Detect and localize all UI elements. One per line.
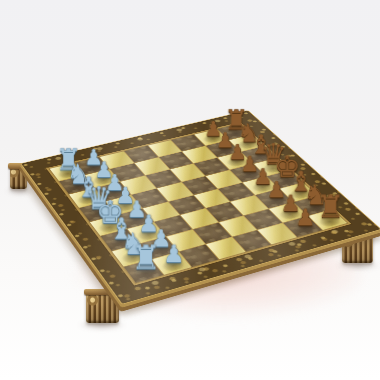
copper-rook: ♜ <box>317 191 345 222</box>
product-photo-scene: ♜♟♟♜♞♟♟♞♝♟♟♝♛♟♟♛♚♟♟♚♝♟♟♝♞♟♟♞♜♟♟♜ <box>0 0 380 380</box>
blue-pawn: ♟ <box>159 242 188 266</box>
board-foot-front-ionic-capital <box>86 292 119 323</box>
copper-pawn: ♟ <box>292 206 320 229</box>
blue-rook: ♜ <box>131 241 161 274</box>
